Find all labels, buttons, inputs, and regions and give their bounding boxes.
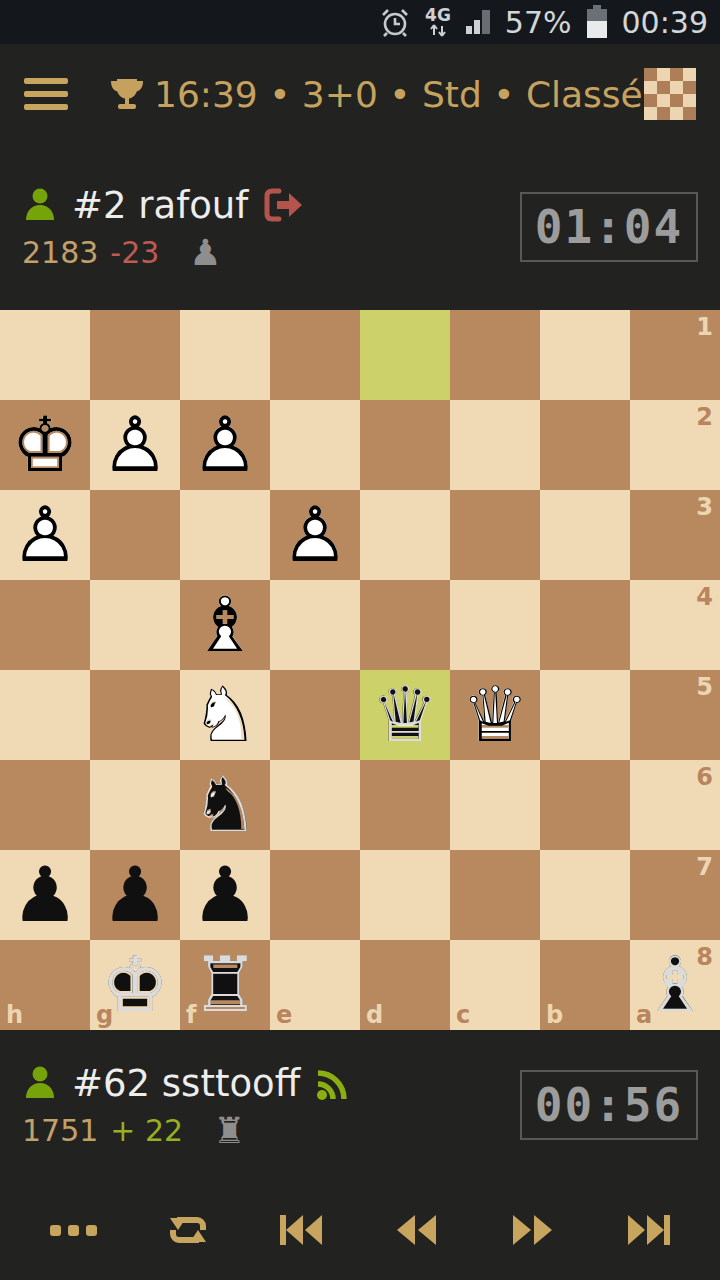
app-header: 16:39 • 3+0 • Std • Classé — [0, 44, 720, 144]
captured-pawn-icon: ♟ — [189, 235, 221, 271]
piece-white-pawn: ♟♙ — [270, 490, 360, 580]
rank-label-5: 5 — [696, 675, 713, 699]
player-top: #2 rafouf 2183 -23 ♟ 01:04 — [0, 144, 720, 310]
square-c3[interactable] — [450, 490, 540, 580]
square-g2[interactable]: ♟♙ — [90, 400, 180, 490]
file-label-h: h — [6, 1003, 23, 1027]
square-d1[interactable] — [360, 310, 450, 400]
square-b1[interactable] — [540, 310, 630, 400]
player-bottom-clock: 00:56 — [520, 1070, 698, 1140]
square-a3[interactable]: 3 — [630, 490, 720, 580]
rank-label-6: 6 — [696, 765, 713, 789]
piece-black-queen: ♛♕ — [360, 670, 450, 760]
file-label-d: d — [366, 1003, 383, 1027]
square-g4[interactable] — [90, 580, 180, 670]
square-e1[interactable] — [270, 310, 360, 400]
square-e6[interactable] — [270, 760, 360, 850]
chess-board: 1♚♔♟♙♟♙2♟♙♟♙3♝♗4♞♘♛♕♛♕5♞♘6♟♟♟7h♚♔g♜♖fedc… — [0, 310, 720, 1030]
file-label-c: c — [456, 1003, 470, 1027]
square-c6[interactable] — [450, 760, 540, 850]
flip-board-button[interactable] — [153, 1200, 223, 1260]
previous-move-button[interactable] — [382, 1200, 452, 1260]
square-f6[interactable]: ♞♘ — [180, 760, 270, 850]
piece-white-pawn: ♟♙ — [180, 400, 270, 490]
game-info-header: 16:39 • 3+0 • Std • Classé — [106, 73, 643, 115]
file-label-f: f — [186, 1003, 196, 1027]
piece-black-pawn: ♟ — [180, 850, 270, 940]
status-bar: 4G 57% 00:39 — [0, 0, 720, 44]
captured-rook-icon: ♜ — [213, 1113, 245, 1149]
piece-white-knight: ♞♘ — [180, 670, 270, 760]
square-d3[interactable] — [360, 490, 450, 580]
square-e4[interactable] — [270, 580, 360, 670]
alarm-icon — [379, 6, 411, 38]
square-a2[interactable]: 2 — [630, 400, 720, 490]
square-a6[interactable]: 6 — [630, 760, 720, 850]
player-bottom-name[interactable]: #62 ssttooff — [72, 1062, 300, 1105]
square-c5[interactable]: ♛♕ — [450, 670, 540, 760]
square-f2[interactable]: ♟♙ — [180, 400, 270, 490]
square-c7[interactable] — [450, 850, 540, 940]
player-bottom-rating: 1751 — [22, 1113, 98, 1148]
flip-icon — [164, 1207, 212, 1253]
first-move-button[interactable] — [268, 1200, 338, 1260]
square-b3[interactable] — [540, 490, 630, 580]
square-b6[interactable] — [540, 760, 630, 850]
square-g3[interactable] — [90, 490, 180, 580]
player-icon — [22, 1065, 58, 1101]
square-f3[interactable] — [180, 490, 270, 580]
board-icon[interactable] — [644, 68, 696, 120]
next-icon — [510, 1213, 554, 1247]
rank-label-1: 1 — [696, 315, 713, 339]
piece-black-pawn: ♟ — [0, 850, 90, 940]
square-e3[interactable]: ♟♙ — [270, 490, 360, 580]
square-g5[interactable] — [90, 670, 180, 760]
piece-white-pawn: ♟♙ — [90, 400, 180, 490]
square-g7[interactable]: ♟ — [90, 850, 180, 940]
last-move-button[interactable] — [612, 1200, 682, 1260]
player-icon — [22, 187, 58, 223]
square-d5[interactable]: ♛♕ — [360, 670, 450, 760]
square-h5[interactable] — [0, 670, 90, 760]
square-e8[interactable]: e — [270, 940, 360, 1030]
square-d6[interactable] — [360, 760, 450, 850]
square-b7[interactable] — [540, 850, 630, 940]
player-bottom: #62 ssttooff 1751 + 22 ♜ 00:56 — [0, 1030, 720, 1180]
file-label-b: b — [546, 1003, 563, 1027]
square-a4[interactable]: 4 — [630, 580, 720, 670]
rank-label-4: 4 — [696, 585, 713, 609]
piece-white-queen: ♛♕ — [450, 670, 540, 760]
battery-percent: 57% — [505, 5, 572, 40]
square-d4[interactable] — [360, 580, 450, 670]
piece-black-knight: ♞♘ — [180, 760, 270, 850]
square-a7[interactable]: 7 — [630, 850, 720, 940]
piece-white-king: ♚♔ — [0, 400, 90, 490]
piece-white-bishop: ♝♗ — [180, 580, 270, 670]
square-g1[interactable] — [90, 310, 180, 400]
square-h1[interactable] — [0, 310, 90, 400]
square-a5[interactable]: 5 — [630, 670, 720, 760]
square-h2[interactable]: ♚♔ — [0, 400, 90, 490]
rank-label-8: 8 — [696, 945, 713, 969]
square-e7[interactable] — [270, 850, 360, 940]
square-d7[interactable] — [360, 850, 450, 940]
rank-label-7: 7 — [696, 855, 713, 879]
status-time: 00:39 — [622, 5, 708, 40]
square-g6[interactable] — [90, 760, 180, 850]
square-h8[interactable]: h — [0, 940, 90, 1030]
square-e2[interactable] — [270, 400, 360, 490]
game-info-text: 16:39 • 3+0 • Std • Classé — [154, 74, 643, 115]
signal-icon — [465, 9, 491, 35]
file-label-a: a — [636, 1003, 652, 1027]
square-d8[interactable]: d — [360, 940, 450, 1030]
next-move-button[interactable] — [497, 1200, 567, 1260]
file-label-g: g — [96, 1003, 113, 1027]
player-top-rating: 2183 — [22, 235, 98, 270]
square-c2[interactable] — [450, 400, 540, 490]
square-f5[interactable]: ♞♘ — [180, 670, 270, 760]
square-h3[interactable]: ♟♙ — [0, 490, 90, 580]
square-f4[interactable]: ♝♗ — [180, 580, 270, 670]
square-h4[interactable] — [0, 580, 90, 670]
player-bottom-rating-change: + 22 — [110, 1113, 183, 1148]
leave-icon — [262, 184, 304, 226]
piece-black-pawn: ♟ — [90, 850, 180, 940]
trophy-icon — [106, 73, 148, 115]
battery-icon — [586, 5, 608, 39]
player-top-name[interactable]: #2 rafouf — [72, 184, 248, 227]
square-a8[interactable]: ♝♗8a — [630, 940, 720, 1030]
broadcast-icon — [314, 1063, 354, 1103]
file-label-e: e — [276, 1003, 292, 1027]
player-top-rating-change: -23 — [110, 235, 159, 270]
square-f7[interactable]: ♟ — [180, 850, 270, 940]
rank-label-3: 3 — [696, 495, 713, 519]
more-icon — [50, 1225, 97, 1236]
previous-icon — [395, 1213, 439, 1247]
square-b5[interactable] — [540, 670, 630, 760]
network-4g-icon: 4G — [425, 7, 451, 37]
piece-white-pawn: ♟♙ — [0, 490, 90, 580]
replay-nav-bar — [0, 1180, 720, 1280]
square-b4[interactable] — [540, 580, 630, 670]
rank-label-2: 2 — [696, 405, 713, 429]
square-e5[interactable] — [270, 670, 360, 760]
square-h6[interactable] — [0, 760, 90, 850]
player-top-clock: 01:04 — [520, 192, 698, 262]
square-d2[interactable] — [360, 400, 450, 490]
last-move-icon — [622, 1213, 672, 1247]
square-g8[interactable]: ♚♔g — [90, 940, 180, 1030]
square-c4[interactable] — [450, 580, 540, 670]
square-b8[interactable]: b — [540, 940, 630, 1030]
first-move-icon — [278, 1213, 328, 1247]
menu-icon[interactable] — [24, 78, 68, 110]
square-a1[interactable]: 1 — [630, 310, 720, 400]
square-h7[interactable]: ♟ — [0, 850, 90, 940]
square-f8[interactable]: ♜♖f — [180, 940, 270, 1030]
more-button[interactable] — [38, 1200, 108, 1260]
square-c8[interactable]: c — [450, 940, 540, 1030]
square-f1[interactable] — [180, 310, 270, 400]
square-b2[interactable] — [540, 400, 630, 490]
square-c1[interactable] — [450, 310, 540, 400]
